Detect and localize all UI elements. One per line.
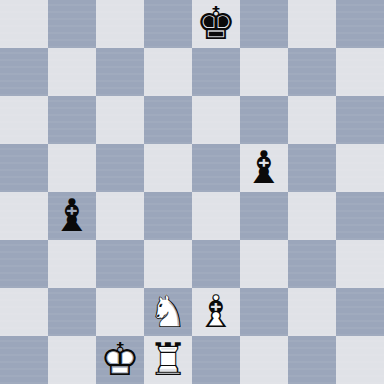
- square-b4[interactable]: ♝: [48, 192, 96, 240]
- chess-board: ♚♝♝♞♘♝♗♚♔♜♖: [0, 0, 384, 384]
- square-a3[interactable]: [0, 240, 48, 288]
- square-h7[interactable]: [336, 48, 384, 96]
- square-e8[interactable]: ♚: [192, 0, 240, 48]
- square-c3[interactable]: [96, 240, 144, 288]
- square-h4[interactable]: [336, 192, 384, 240]
- square-a2[interactable]: [0, 288, 48, 336]
- king-glyph-fill: ♚: [192, 0, 240, 48]
- square-a1[interactable]: [0, 336, 48, 384]
- square-h8[interactable]: [336, 0, 384, 48]
- square-b1[interactable]: [48, 336, 96, 384]
- square-g4[interactable]: [288, 192, 336, 240]
- square-d5[interactable]: [144, 144, 192, 192]
- knight-glyph-outline: ♘: [144, 288, 192, 336]
- square-g5[interactable]: [288, 144, 336, 192]
- square-c4[interactable]: [96, 192, 144, 240]
- bishop-glyph-fill: ♝: [48, 192, 96, 240]
- square-d8[interactable]: [144, 0, 192, 48]
- square-e3[interactable]: [192, 240, 240, 288]
- square-b6[interactable]: [48, 96, 96, 144]
- square-h1[interactable]: [336, 336, 384, 384]
- square-h5[interactable]: [336, 144, 384, 192]
- square-g8[interactable]: [288, 0, 336, 48]
- bishop-glyph-outline: ♗: [192, 288, 240, 336]
- piece-black-bishop[interactable]: ♝: [240, 144, 288, 192]
- piece-white-king[interactable]: ♚♔: [96, 336, 144, 384]
- king-glyph-outline: ♔: [96, 336, 144, 384]
- square-b7[interactable]: [48, 48, 96, 96]
- piece-white-rook[interactable]: ♜♖: [144, 336, 192, 384]
- square-f6[interactable]: [240, 96, 288, 144]
- square-b8[interactable]: [48, 0, 96, 48]
- square-e1[interactable]: [192, 336, 240, 384]
- square-h3[interactable]: [336, 240, 384, 288]
- square-f5[interactable]: ♝: [240, 144, 288, 192]
- piece-black-king[interactable]: ♚: [192, 0, 240, 48]
- square-c6[interactable]: [96, 96, 144, 144]
- piece-white-knight[interactable]: ♞♘: [144, 288, 192, 336]
- square-a6[interactable]: [0, 96, 48, 144]
- square-d7[interactable]: [144, 48, 192, 96]
- square-d2[interactable]: ♞♘: [144, 288, 192, 336]
- square-f8[interactable]: [240, 0, 288, 48]
- square-d3[interactable]: [144, 240, 192, 288]
- square-e6[interactable]: [192, 96, 240, 144]
- piece-white-bishop[interactable]: ♝♗: [192, 288, 240, 336]
- square-f1[interactable]: [240, 336, 288, 384]
- square-d1[interactable]: ♜♖: [144, 336, 192, 384]
- square-c5[interactable]: [96, 144, 144, 192]
- square-b5[interactable]: [48, 144, 96, 192]
- square-f7[interactable]: [240, 48, 288, 96]
- piece-black-bishop[interactable]: ♝: [48, 192, 96, 240]
- square-g7[interactable]: [288, 48, 336, 96]
- square-c1[interactable]: ♚♔: [96, 336, 144, 384]
- square-a4[interactable]: [0, 192, 48, 240]
- square-d4[interactable]: [144, 192, 192, 240]
- square-e2[interactable]: ♝♗: [192, 288, 240, 336]
- square-c8[interactable]: [96, 0, 144, 48]
- square-a8[interactable]: [0, 0, 48, 48]
- square-e4[interactable]: [192, 192, 240, 240]
- square-g1[interactable]: [288, 336, 336, 384]
- square-f2[interactable]: [240, 288, 288, 336]
- bishop-glyph-fill: ♝: [240, 144, 288, 192]
- square-b2[interactable]: [48, 288, 96, 336]
- square-a5[interactable]: [0, 144, 48, 192]
- square-e5[interactable]: [192, 144, 240, 192]
- square-g2[interactable]: [288, 288, 336, 336]
- square-e7[interactable]: [192, 48, 240, 96]
- square-b3[interactable]: [48, 240, 96, 288]
- square-d6[interactable]: [144, 96, 192, 144]
- square-h2[interactable]: [336, 288, 384, 336]
- square-a7[interactable]: [0, 48, 48, 96]
- square-c7[interactable]: [96, 48, 144, 96]
- square-c2[interactable]: [96, 288, 144, 336]
- square-g3[interactable]: [288, 240, 336, 288]
- square-g6[interactable]: [288, 96, 336, 144]
- square-f3[interactable]: [240, 240, 288, 288]
- square-f4[interactable]: [240, 192, 288, 240]
- rook-glyph-outline: ♖: [144, 336, 192, 384]
- square-h6[interactable]: [336, 96, 384, 144]
